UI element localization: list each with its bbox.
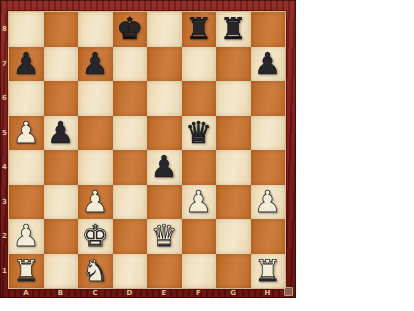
- square-f7[interactable]: [182, 47, 217, 82]
- black-pawn-h7[interactable]: ♟: [254, 47, 281, 82]
- file-label-h: H: [251, 288, 286, 298]
- file-label-d: D: [113, 288, 148, 298]
- square-h8[interactable]: [251, 12, 286, 47]
- rank-label-3: 3: [0, 185, 9, 220]
- square-a5[interactable]: ♟: [9, 116, 44, 151]
- square-d5[interactable]: [113, 116, 148, 151]
- square-a4[interactable]: [9, 150, 44, 185]
- square-d7[interactable]: [113, 47, 148, 82]
- square-b2[interactable]: [44, 219, 79, 254]
- square-c8[interactable]: [78, 12, 113, 47]
- file-labels: ABCDEFGH: [9, 288, 285, 298]
- square-f6[interactable]: [182, 81, 217, 116]
- square-g5[interactable]: [216, 116, 251, 151]
- square-d4[interactable]: [113, 150, 148, 185]
- black-pawn-b5[interactable]: ♟: [47, 116, 74, 151]
- square-d8[interactable]: ♚: [113, 12, 148, 47]
- file-label-b: B: [44, 288, 79, 298]
- white-rook-a1[interactable]: ♜: [13, 254, 40, 289]
- white-pawn-a2[interactable]: ♟: [13, 219, 40, 254]
- square-c4[interactable]: [78, 150, 113, 185]
- square-a2[interactable]: ♟: [9, 219, 44, 254]
- square-d3[interactable]: [113, 185, 148, 220]
- square-h6[interactable]: [251, 81, 286, 116]
- rank-label-4: 4: [0, 150, 9, 185]
- square-b1[interactable]: [44, 254, 79, 289]
- board-frame: ♚♜♜♟♟♟♟♟♛♟♟♟♟♟♚♛♜♞♜ 87654321 ABCDEFGH: [0, 0, 296, 298]
- white-rook-h1[interactable]: ♜: [254, 254, 281, 289]
- file-label-g: G: [216, 288, 251, 298]
- square-f4[interactable]: [182, 150, 217, 185]
- black-pawn-c7[interactable]: ♟: [82, 47, 109, 82]
- board-maker-logo-mark: [284, 287, 293, 296]
- square-f2[interactable]: [182, 219, 217, 254]
- square-h1[interactable]: ♜: [251, 254, 286, 289]
- square-c6[interactable]: [78, 81, 113, 116]
- page: ♚♜♜♟♟♟♟♟♛♟♟♟♟♟♚♛♜♞♜ 87654321 ABCDEFGH: [0, 0, 414, 311]
- square-c3[interactable]: ♟: [78, 185, 113, 220]
- white-pawn-a5[interactable]: ♟: [13, 116, 40, 151]
- white-pawn-c3[interactable]: ♟: [82, 185, 109, 220]
- square-g4[interactable]: [216, 150, 251, 185]
- square-a8[interactable]: [9, 12, 44, 47]
- file-label-a: A: [9, 288, 44, 298]
- square-h3[interactable]: ♟: [251, 185, 286, 220]
- rank-label-6: 6: [0, 81, 9, 116]
- white-pawn-f3[interactable]: ♟: [185, 185, 212, 220]
- square-c5[interactable]: [78, 116, 113, 151]
- square-e5[interactable]: [147, 116, 182, 151]
- rank-label-8: 8: [0, 12, 9, 47]
- square-g7[interactable]: [216, 47, 251, 82]
- square-c7[interactable]: ♟: [78, 47, 113, 82]
- square-e1[interactable]: [147, 254, 182, 289]
- square-g8[interactable]: ♜: [216, 12, 251, 47]
- rank-label-2: 2: [0, 219, 9, 254]
- chess-board: ♚♜♜♟♟♟♟♟♛♟♟♟♟♟♚♛♜♞♜: [9, 12, 285, 288]
- square-e6[interactable]: [147, 81, 182, 116]
- square-a1[interactable]: ♜: [9, 254, 44, 289]
- square-g3[interactable]: [216, 185, 251, 220]
- file-label-c: C: [78, 288, 113, 298]
- white-queen-e2[interactable]: ♛: [151, 219, 178, 254]
- square-d1[interactable]: [113, 254, 148, 289]
- square-f5[interactable]: ♛: [182, 116, 217, 151]
- square-e7[interactable]: [147, 47, 182, 82]
- square-g2[interactable]: [216, 219, 251, 254]
- square-d6[interactable]: [113, 81, 148, 116]
- square-h7[interactable]: ♟: [251, 47, 286, 82]
- black-king-d8[interactable]: ♚: [116, 12, 143, 47]
- square-h2[interactable]: [251, 219, 286, 254]
- square-a3[interactable]: [9, 185, 44, 220]
- square-g6[interactable]: [216, 81, 251, 116]
- square-b3[interactable]: [44, 185, 79, 220]
- black-pawn-a7[interactable]: ♟: [13, 47, 40, 82]
- square-f8[interactable]: ♜: [182, 12, 217, 47]
- square-e4[interactable]: ♟: [147, 150, 182, 185]
- rank-labels: 87654321: [0, 12, 9, 288]
- square-c2[interactable]: ♚: [78, 219, 113, 254]
- square-a7[interactable]: ♟: [9, 47, 44, 82]
- white-knight-c1[interactable]: ♞: [82, 254, 109, 289]
- square-f3[interactable]: ♟: [182, 185, 217, 220]
- square-b8[interactable]: [44, 12, 79, 47]
- rank-label-1: 1: [0, 254, 9, 289]
- square-g1[interactable]: [216, 254, 251, 289]
- white-king-c2[interactable]: ♚: [82, 219, 109, 254]
- square-h5[interactable]: [251, 116, 286, 151]
- square-b5[interactable]: ♟: [44, 116, 79, 151]
- square-e2[interactable]: ♛: [147, 219, 182, 254]
- rank-label-5: 5: [0, 116, 9, 151]
- black-queen-f5[interactable]: ♛: [185, 116, 212, 151]
- square-d2[interactable]: [113, 219, 148, 254]
- file-label-e: E: [147, 288, 182, 298]
- square-b6[interactable]: [44, 81, 79, 116]
- file-label-f: F: [182, 288, 217, 298]
- square-b4[interactable]: [44, 150, 79, 185]
- white-pawn-h3[interactable]: ♟: [254, 185, 281, 220]
- square-c1[interactable]: ♞: [78, 254, 113, 289]
- square-e8[interactable]: [147, 12, 182, 47]
- square-a6[interactable]: [9, 81, 44, 116]
- square-b7[interactable]: [44, 47, 79, 82]
- square-f1[interactable]: [182, 254, 217, 289]
- black-pawn-e4[interactable]: ♟: [151, 150, 178, 185]
- rank-label-7: 7: [0, 47, 9, 82]
- square-e3[interactable]: [147, 185, 182, 220]
- black-rook-g8[interactable]: ♜: [220, 12, 247, 47]
- black-rook-f8[interactable]: ♜: [185, 12, 212, 47]
- square-h4[interactable]: [251, 150, 286, 185]
